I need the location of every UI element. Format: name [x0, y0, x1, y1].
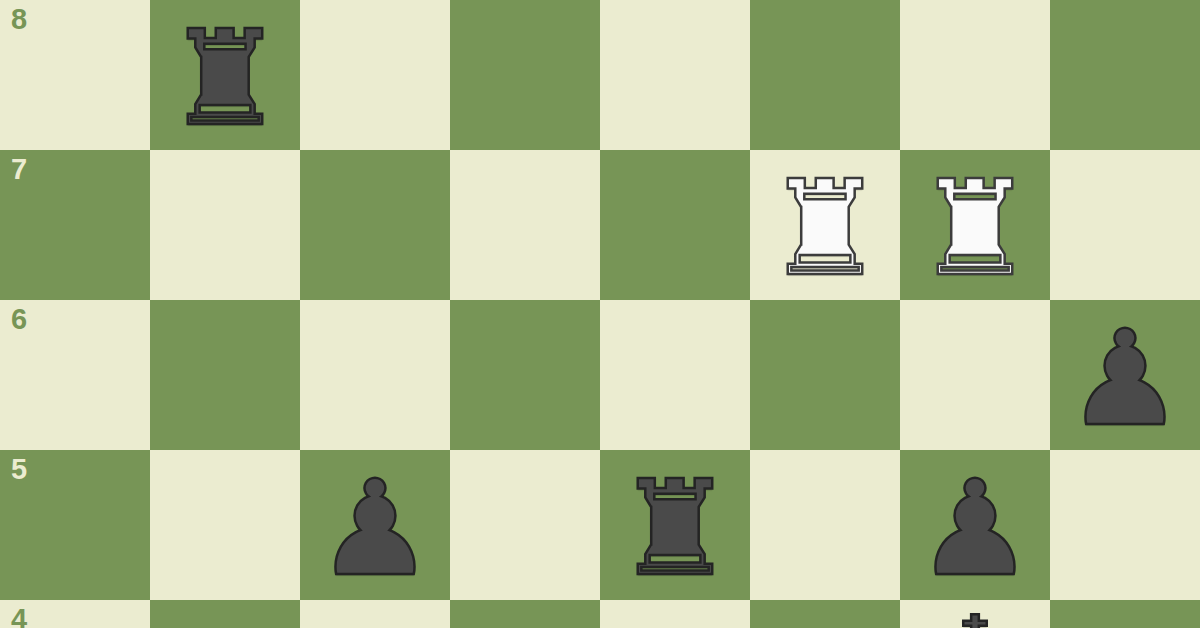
square-e5[interactable]: ♜	[600, 450, 750, 600]
black-rook[interactable]: ♜	[150, 3, 300, 153]
rank-label-6: 6	[11, 304, 27, 336]
square-g4[interactable]: ♚	[900, 600, 1050, 628]
square-h4[interactable]	[1050, 600, 1200, 628]
square-h6[interactable]: ♟	[1050, 300, 1200, 450]
square-f7[interactable]: ♜	[750, 150, 900, 300]
rank-label-8: 8	[11, 4, 27, 36]
square-e8[interactable]	[600, 0, 750, 150]
square-d4[interactable]	[450, 600, 600, 628]
square-e7[interactable]	[600, 150, 750, 300]
square-d7[interactable]	[450, 150, 600, 300]
square-h5[interactable]	[1050, 450, 1200, 600]
square-b8[interactable]: ♜	[150, 0, 300, 150]
square-b7[interactable]	[150, 150, 300, 300]
square-c7[interactable]	[300, 150, 450, 300]
square-h8[interactable]	[1050, 0, 1200, 150]
square-b6[interactable]	[150, 300, 300, 450]
rank-label-7: 7	[11, 154, 27, 186]
square-e4[interactable]	[600, 600, 750, 628]
square-d5[interactable]	[450, 450, 600, 600]
square-f4[interactable]	[750, 600, 900, 628]
white-rook[interactable]: ♜	[750, 153, 900, 303]
chess-board: 8♜7♜♜6♟5♟♜♟4♚321	[0, 0, 1200, 628]
square-a7[interactable]: 7	[0, 150, 150, 300]
square-c4[interactable]	[300, 600, 450, 628]
rank-label-4: 4	[11, 604, 27, 628]
square-g7[interactable]: ♜	[900, 150, 1050, 300]
black-pawn[interactable]: ♟	[1050, 303, 1200, 453]
rank-label-5: 5	[11, 454, 27, 486]
square-e6[interactable]	[600, 300, 750, 450]
square-b5[interactable]	[150, 450, 300, 600]
square-a4[interactable]: 4	[0, 600, 150, 628]
black-king[interactable]: ♚	[900, 597, 1050, 628]
square-g6[interactable]	[900, 300, 1050, 450]
black-rook[interactable]: ♜	[600, 453, 750, 603]
square-a5[interactable]: 5	[0, 450, 150, 600]
square-f6[interactable]	[750, 300, 900, 450]
square-g8[interactable]	[900, 0, 1050, 150]
square-c5[interactable]: ♟	[300, 450, 450, 600]
black-pawn[interactable]: ♟	[300, 453, 450, 603]
square-c6[interactable]	[300, 300, 450, 450]
square-d8[interactable]	[450, 0, 600, 150]
black-pawn[interactable]: ♟	[900, 453, 1050, 603]
square-d6[interactable]	[450, 300, 600, 450]
square-a8[interactable]: 8	[0, 0, 150, 150]
white-rook[interactable]: ♜	[900, 153, 1050, 303]
square-c8[interactable]	[300, 0, 450, 150]
square-b4[interactable]	[150, 600, 300, 628]
square-h7[interactable]	[1050, 150, 1200, 300]
square-a6[interactable]: 6	[0, 300, 150, 450]
square-f5[interactable]	[750, 450, 900, 600]
chess-board-viewport: 8♜7♜♜6♟5♟♜♟4♚321	[0, 0, 1200, 628]
square-g5[interactable]: ♟	[900, 450, 1050, 600]
square-f8[interactable]	[750, 0, 900, 150]
